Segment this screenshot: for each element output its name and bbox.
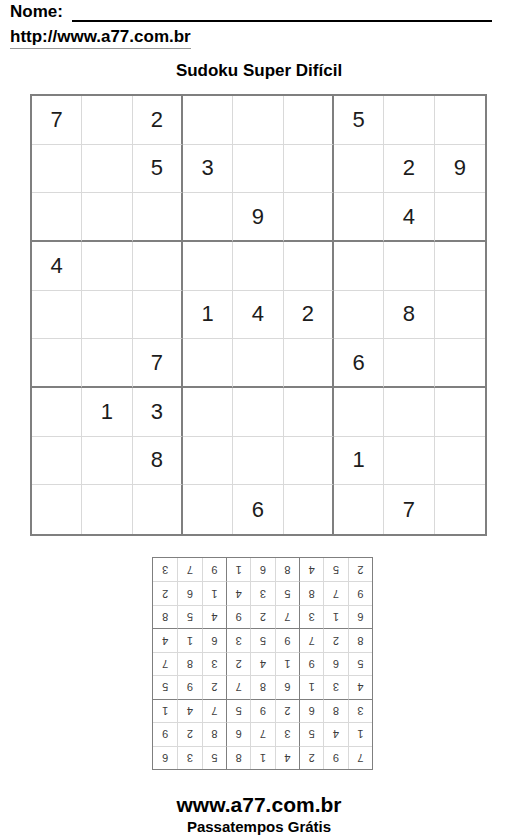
solution-cell-r1c8: 3 xyxy=(177,746,201,769)
footer-site-url: www.a77.com.br xyxy=(0,792,518,818)
solution-cell-r9c9: 3 xyxy=(153,558,177,581)
puzzle-cell-r3c4 xyxy=(183,193,233,242)
puzzle-cell-r2c3: 5 xyxy=(133,145,183,194)
name-label: Nome: xyxy=(10,2,63,22)
solution-cell-r4c6: 7 xyxy=(226,675,250,698)
puzzle-cell-r8c5 xyxy=(233,437,283,486)
solution-cell-r8c7: 1 xyxy=(202,581,226,604)
solution-cell-r2c4: 3 xyxy=(275,722,299,745)
puzzle-cell-r1c6 xyxy=(284,96,334,145)
solution-cell-r9c3: 4 xyxy=(299,558,323,581)
puzzle-cell-r2c8: 2 xyxy=(384,145,434,194)
puzzle-cell-r8c6 xyxy=(284,437,334,486)
worksheet-page: Nome: http://www.a77.com.br Sudoku Super… xyxy=(0,0,518,840)
solution-cell-r4c1: 4 xyxy=(348,675,372,698)
solution-cell-r1c6: 8 xyxy=(226,746,250,769)
solution-cell-r3c7: 7 xyxy=(202,699,226,722)
puzzle-cell-r5c3 xyxy=(133,291,183,340)
puzzle-cell-r3c1 xyxy=(32,193,82,242)
puzzle-cell-r5c1 xyxy=(32,291,82,340)
puzzle-cell-r1c1: 7 xyxy=(32,96,82,145)
puzzle-cell-r6c9 xyxy=(435,339,485,388)
footer-tagline: Passatempos Grátis xyxy=(0,818,518,836)
solution-cell-r3c4: 2 xyxy=(275,699,299,722)
puzzle-cell-r6c5 xyxy=(233,339,283,388)
solution-cell-r7c4: 7 xyxy=(275,605,299,628)
puzzle-cell-r7c6 xyxy=(284,388,334,437)
solution-cell-r7c3: 3 xyxy=(299,605,323,628)
solution-cell-r1c9: 6 xyxy=(153,746,177,769)
solution-cell-r3c8: 4 xyxy=(177,699,201,722)
solution-cell-r3c3: 6 xyxy=(299,699,323,722)
solution-cell-r8c4: 5 xyxy=(275,581,299,604)
puzzle-cell-r2c9: 9 xyxy=(435,145,485,194)
puzzle-cell-r4c4 xyxy=(183,242,233,291)
puzzle-cell-r9c4 xyxy=(183,485,233,534)
solution-cell-r2c1: 1 xyxy=(348,722,372,745)
solution-cell-r9c4: 8 xyxy=(275,558,299,581)
puzzle-cell-r3c2 xyxy=(82,193,132,242)
solution-cell-r1c3: 2 xyxy=(299,746,323,769)
solution-cell-r3c6: 5 xyxy=(226,699,250,722)
solution-cell-r1c2: 9 xyxy=(323,746,347,769)
solution-cell-r5c8: 8 xyxy=(177,652,201,675)
puzzle-cell-r1c7: 5 xyxy=(334,96,384,145)
solution-cell-r3c2: 8 xyxy=(323,699,347,722)
solution-cell-r8c1: 9 xyxy=(348,581,372,604)
solution-cell-r8c6: 4 xyxy=(226,581,250,604)
solution-cell-r7c9: 8 xyxy=(153,605,177,628)
puzzle-cell-r6c8 xyxy=(384,339,434,388)
puzzle-cell-r7c2: 1 xyxy=(82,388,132,437)
puzzle-cell-r5c9 xyxy=(435,291,485,340)
solution-cell-r4c2: 3 xyxy=(323,675,347,698)
solution-cell-r8c5: 3 xyxy=(250,581,274,604)
solution-cell-r4c7: 2 xyxy=(202,675,226,698)
puzzle-cell-r7c5 xyxy=(233,388,283,437)
name-row: Nome: xyxy=(10,2,492,22)
puzzle-cell-r3c3 xyxy=(133,193,183,242)
puzzle-cell-r5c2 xyxy=(82,291,132,340)
puzzle-cell-r3c9 xyxy=(435,193,485,242)
puzzle-cell-r6c6 xyxy=(284,339,334,388)
solution-cell-r4c5: 8 xyxy=(250,675,274,698)
solution-cell-r5c9: 7 xyxy=(153,652,177,675)
solution-cell-r5c4: 1 xyxy=(275,652,299,675)
puzzle-cell-r4c8 xyxy=(384,242,434,291)
puzzle-cell-r8c8 xyxy=(384,437,434,486)
puzzle-cell-r7c3: 3 xyxy=(133,388,183,437)
solution-cell-r6c5: 5 xyxy=(250,628,274,651)
puzzle-cell-r7c8 xyxy=(384,388,434,437)
puzzle-cell-r8c4 xyxy=(183,437,233,486)
solution-cell-r1c7: 5 xyxy=(202,746,226,769)
puzzle-cell-r2c6 xyxy=(284,145,334,194)
solution-cell-r9c6: 1 xyxy=(226,558,250,581)
puzzle-cell-r9c1 xyxy=(32,485,82,534)
puzzle-cell-r5c8: 8 xyxy=(384,291,434,340)
puzzle-cell-r4c7 xyxy=(334,242,384,291)
puzzle-cell-r3c7 xyxy=(334,193,384,242)
solution-cell-r6c4: 9 xyxy=(275,628,299,651)
puzzle-cell-r5c7 xyxy=(334,291,384,340)
puzzle-cell-r2c4: 3 xyxy=(183,145,233,194)
solution-cell-r5c2: 6 xyxy=(323,652,347,675)
solution-cell-r5c7: 3 xyxy=(202,652,226,675)
solution-cell-r4c3: 1 xyxy=(299,675,323,698)
solution-cell-r6c6: 3 xyxy=(226,628,250,651)
solution-cell-r3c1: 3 xyxy=(348,699,372,722)
solution-cell-r9c7: 9 xyxy=(202,558,226,581)
name-fill-line xyxy=(72,3,492,22)
puzzle-cell-r9c5: 6 xyxy=(233,485,283,534)
solution-cell-r6c8: 1 xyxy=(177,628,201,651)
solution-cell-r3c9: 1 xyxy=(153,699,177,722)
puzzle-title: Sudoku Super Difícil xyxy=(0,61,518,81)
puzzle-cell-r1c4 xyxy=(183,96,233,145)
puzzle-cell-r4c9 xyxy=(435,242,485,291)
solution-cell-r1c1: 7 xyxy=(348,746,372,769)
site-url: http://www.a77.com.br xyxy=(10,27,191,49)
solution-cell-r1c4: 4 xyxy=(275,746,299,769)
puzzle-cell-r5c4: 1 xyxy=(183,291,233,340)
solution-cell-r4c4: 6 xyxy=(275,675,299,698)
puzzle-cell-r3c5: 9 xyxy=(233,193,283,242)
puzzle-cell-r3c8: 4 xyxy=(384,193,434,242)
puzzle-cell-r9c6 xyxy=(284,485,334,534)
puzzle-cell-r2c1 xyxy=(32,145,82,194)
puzzle-cell-r8c1 xyxy=(32,437,82,486)
puzzle-cell-r4c2 xyxy=(82,242,132,291)
solution-cell-r2c2: 4 xyxy=(323,722,347,745)
solution-cell-r6c1: 8 xyxy=(348,628,372,651)
solution-cell-r8c3: 8 xyxy=(299,581,323,604)
solution-cell-r6c9: 4 xyxy=(153,628,177,651)
puzzle-cell-r8c3: 8 xyxy=(133,437,183,486)
puzzle-cell-r1c3: 2 xyxy=(133,96,183,145)
puzzle-cell-r4c1: 4 xyxy=(32,242,82,291)
puzzle-cell-r3c6 xyxy=(284,193,334,242)
puzzle-cell-r5c6: 2 xyxy=(284,291,334,340)
puzzle-cell-r8c2 xyxy=(82,437,132,486)
footer: www.a77.com.br Passatempos Grátis xyxy=(0,792,518,836)
solution-cell-r2c3: 5 xyxy=(299,722,323,745)
solution-cell-r9c1: 2 xyxy=(348,558,372,581)
puzzle-cell-r8c7: 1 xyxy=(334,437,384,486)
puzzle-cell-r4c3 xyxy=(133,242,183,291)
puzzle-cell-r9c2 xyxy=(82,485,132,534)
puzzle-cell-r1c5 xyxy=(233,96,283,145)
solution-cell-r9c8: 7 xyxy=(177,558,201,581)
puzzle-cell-r4c5 xyxy=(233,242,283,291)
solution-cell-r3c5: 9 xyxy=(250,699,274,722)
solution-cell-r7c6: 9 xyxy=(226,605,250,628)
solution-cell-r8c8: 6 xyxy=(177,581,201,604)
solution-cell-r7c1: 6 xyxy=(348,605,372,628)
solution-cell-r2c9: 9 xyxy=(153,722,177,745)
puzzle-cell-r9c7 xyxy=(334,485,384,534)
puzzle-cell-r9c8: 7 xyxy=(384,485,434,534)
solution-cell-r9c5: 6 xyxy=(250,558,274,581)
solution-cell-r9c2: 5 xyxy=(323,558,347,581)
solution-cell-r5c6: 2 xyxy=(226,652,250,675)
solution-cell-r1c5: 1 xyxy=(250,746,274,769)
puzzle-cell-r1c9 xyxy=(435,96,485,145)
solution-cell-r7c7: 4 xyxy=(202,605,226,628)
solution-cell-r7c8: 5 xyxy=(177,605,201,628)
puzzle-cell-r2c2 xyxy=(82,145,132,194)
sudoku-solution-grid-rotated: 7924185361453768293862957414316872955691… xyxy=(152,557,373,770)
puzzle-cell-r6c2 xyxy=(82,339,132,388)
solution-cell-r6c2: 2 xyxy=(323,628,347,651)
puzzle-cell-r7c4 xyxy=(183,388,233,437)
puzzle-cell-r4c6 xyxy=(284,242,334,291)
puzzle-cell-r6c4 xyxy=(183,339,233,388)
puzzle-cell-r6c1 xyxy=(32,339,82,388)
solution-cell-r7c5: 2 xyxy=(250,605,274,628)
sudoku-puzzle-grid: 7255329944142876138167 xyxy=(30,94,487,536)
puzzle-cell-r2c5 xyxy=(233,145,283,194)
solution-cell-r2c8: 2 xyxy=(177,722,201,745)
puzzle-cell-r2c7 xyxy=(334,145,384,194)
puzzle-cell-r9c3 xyxy=(133,485,183,534)
solution-cell-r8c2: 7 xyxy=(323,581,347,604)
solution-cell-r4c9: 5 xyxy=(153,675,177,698)
puzzle-cell-r1c8 xyxy=(384,96,434,145)
puzzle-cell-r7c7 xyxy=(334,388,384,437)
puzzle-cell-r8c9 xyxy=(435,437,485,486)
puzzle-cell-r7c9 xyxy=(435,388,485,437)
solution-cell-r6c7: 6 xyxy=(202,628,226,651)
solution-cell-r7c2: 1 xyxy=(323,605,347,628)
solution-cell-r5c1: 5 xyxy=(348,652,372,675)
solution-cell-r8c9: 2 xyxy=(153,581,177,604)
solution-cell-r2c6: 6 xyxy=(226,722,250,745)
puzzle-cell-r7c1 xyxy=(32,388,82,437)
puzzle-cell-r6c3: 7 xyxy=(133,339,183,388)
puzzle-cell-r9c9 xyxy=(435,485,485,534)
puzzle-cell-r1c2 xyxy=(82,96,132,145)
solution-cell-r5c5: 4 xyxy=(250,652,274,675)
solution-cell-r2c7: 8 xyxy=(202,722,226,745)
puzzle-cell-r6c7: 6 xyxy=(334,339,384,388)
solution-cell-r2c5: 7 xyxy=(250,722,274,745)
solution-cell-r6c3: 7 xyxy=(299,628,323,651)
puzzle-cell-r5c5: 4 xyxy=(233,291,283,340)
solution-cell-r4c8: 9 xyxy=(177,675,201,698)
solution-cell-r5c3: 9 xyxy=(299,652,323,675)
